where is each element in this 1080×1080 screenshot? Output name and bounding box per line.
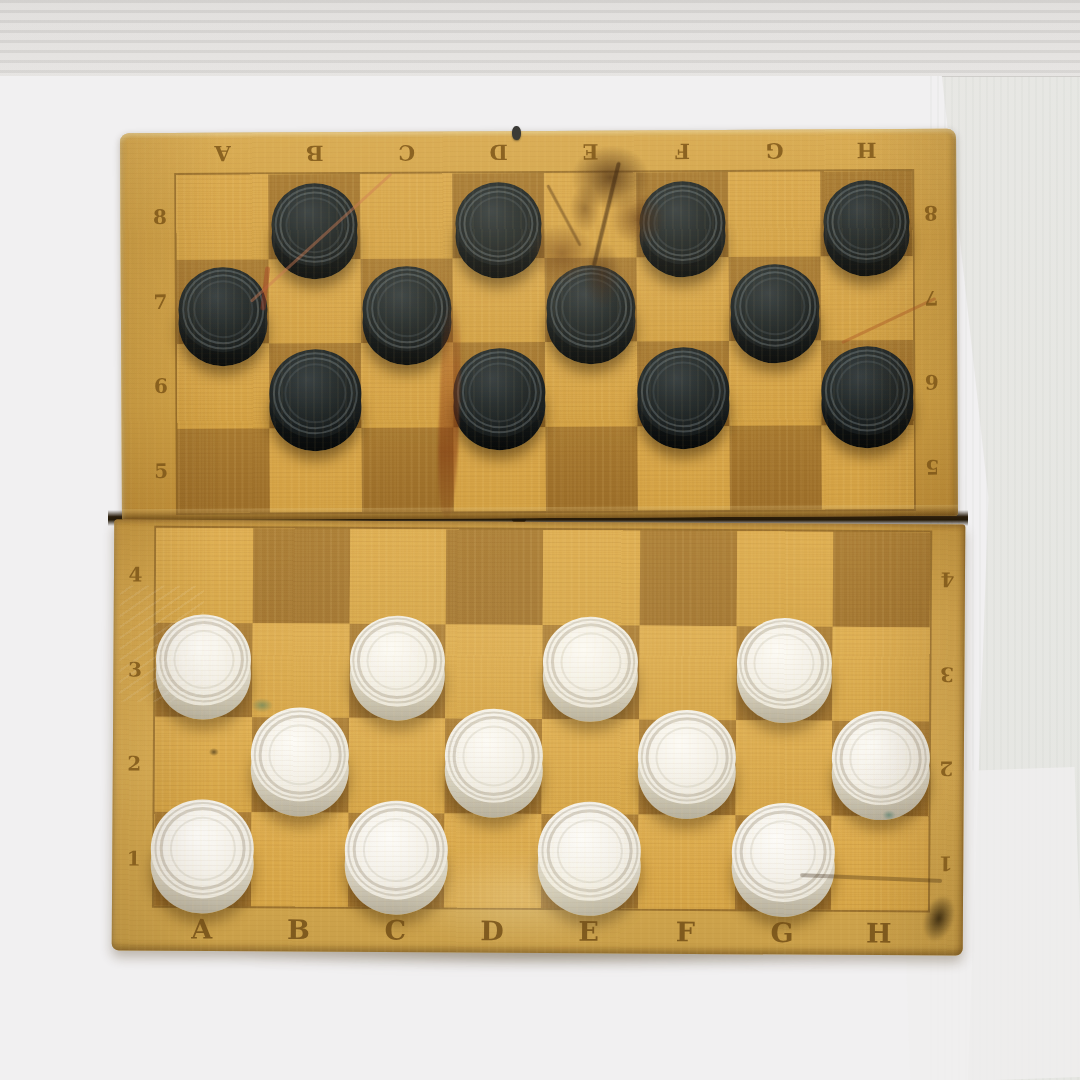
square-h6 [821,340,913,425]
square-h2 [832,721,929,816]
square-g2 [735,720,832,815]
square-d1 [444,813,541,908]
piece-white-man-g3 [737,617,833,713]
rank-label-1-right: 1 [938,851,953,875]
square-h8 [820,171,912,256]
piece-black-man-c7 [362,266,451,355]
square-g5 [730,425,822,510]
piece-top-face [731,802,835,902]
piece-white-man-g1 [731,802,835,906]
rank-label-2-left: 2 [127,752,142,776]
playing-grid-half-bottom [154,528,930,911]
piece-black-man-d8 [455,182,541,268]
square-g8 [728,172,820,257]
rank-label-5-left: 5 [154,459,169,483]
playing-grid-half-top [176,171,914,513]
square-f4 [639,531,736,626]
square-a8 [176,174,268,259]
piece-top-face [251,707,350,802]
piece-black-man-e7 [546,265,635,354]
square-f1 [638,814,735,909]
file-label-h-top: H [856,138,877,163]
piece-top-face [831,711,930,806]
file-label-d-top: D [488,140,507,165]
square-a3 [155,622,252,717]
square-h4 [833,532,930,627]
square-f2 [638,720,735,815]
rank-label-3-left: 3 [128,657,143,681]
piece-black-man-f8 [639,181,725,267]
piece-top-face [453,348,545,437]
square-b4 [252,528,349,623]
piece-white-man-a3 [156,614,252,710]
square-d6 [453,342,545,427]
square-e5 [546,426,638,511]
piece-top-face [730,264,819,350]
square-e3 [542,625,639,720]
piece-white-man-a1 [151,799,255,903]
rank-label-7-right: 7 [923,286,938,310]
file-label-a-top: A [213,141,230,166]
piece-black-man-d6 [453,348,545,440]
piece-top-face [156,614,252,706]
file-label-b-top: B [305,141,324,166]
piece-white-man-e1 [538,801,642,905]
rank-label-8-left: 8 [153,205,168,229]
file-label-f-top: F [674,139,690,164]
square-d2 [445,718,542,813]
square-f3 [639,625,736,720]
rank-label-5-right: 5 [924,455,939,479]
piece-black-man-g7 [730,264,819,353]
square-f6 [637,341,729,426]
square-c5 [362,427,454,512]
board-top-half: ABCDEFGH88776655 [120,129,958,520]
piece-white-man-d2 [444,709,543,808]
rank-label-3-right: 3 [939,662,954,686]
square-f8 [636,172,728,257]
backdrop-top-strip [0,0,1080,77]
piece-black-man-b6 [269,349,361,441]
piece-top-face [455,182,541,265]
square-g3 [736,626,833,721]
square-e8 [544,172,636,257]
square-e7 [545,257,637,342]
piece-white-man-b2 [251,707,350,806]
square-c8 [360,173,452,258]
file-label-d-bottom: D [480,915,505,946]
piece-top-face [538,801,642,901]
file-label-h-bottom: H [866,918,893,949]
square-c1 [347,812,444,907]
square-h1 [831,815,928,910]
square-a1 [154,811,251,906]
square-e1 [541,814,638,909]
square-c4 [349,529,446,624]
rank-label-6-right: 6 [924,370,939,394]
piece-top-face [546,265,635,351]
piece-top-face [151,799,255,899]
piece-white-man-c3 [350,615,446,711]
piece-top-face [444,709,543,804]
piece-white-man-h2 [831,711,930,810]
file-label-g-bottom: G [771,917,795,948]
square-d8 [452,173,544,258]
rank-label-7-left: 7 [153,290,168,314]
square-g1 [734,815,831,910]
rank-label-1-left: 1 [127,846,142,870]
piece-top-face [821,346,913,435]
file-label-a-bottom: A [191,913,213,944]
piece-top-face [362,266,451,352]
piece-top-face [637,347,729,436]
square-b8 [268,174,360,259]
file-label-b-bottom: B [287,914,311,945]
rank-label-8-right: 8 [923,201,938,225]
rank-label-4-right: 4 [939,568,954,592]
piece-top-face [350,615,446,707]
piece-black-man-a7 [178,267,267,356]
board-bottom-half: ABCDEFGH44332211 [112,519,966,955]
photo-scene: ABCDEFGH88776655 ABCDEFGH44332211 [0,0,1080,1080]
piece-top-face [271,183,357,266]
square-d3 [445,624,542,719]
rank-label-6-left: 6 [154,374,169,398]
square-b6 [269,343,361,428]
hinge-pin [512,126,521,140]
square-e4 [543,530,640,625]
piece-top-face [543,616,639,708]
square-c2 [348,718,445,813]
piece-top-face [638,710,737,805]
piece-white-man-e3 [543,616,639,712]
file-label-e-bottom: E [578,916,600,947]
piece-black-man-h6 [821,346,913,438]
square-e2 [542,719,639,814]
piece-white-man-f2 [638,710,737,809]
file-label-f-bottom: F [676,916,696,947]
square-g7 [729,256,821,341]
file-label-e-top: E [582,139,599,164]
piece-top-face [823,180,909,263]
square-a7 [177,259,269,344]
square-a2 [155,717,252,812]
square-b3 [252,623,349,718]
piece-top-face [639,181,725,264]
file-label-g-top: G [765,138,784,163]
rank-label-2-right: 2 [938,757,953,781]
square-d4 [446,529,543,624]
square-a5 [178,428,270,513]
square-b2 [251,717,348,812]
rank-label-4-left: 4 [128,563,143,587]
piece-top-face [269,349,361,438]
square-h3 [832,626,929,721]
square-a4 [156,528,253,623]
piece-black-man-b8 [271,183,357,269]
square-b1 [251,812,348,907]
piece-black-man-h8 [823,180,909,266]
piece-top-face [737,617,833,709]
piece-top-face [178,267,267,353]
square-c7 [361,258,453,343]
square-g4 [736,531,833,626]
file-label-c-top: C [397,140,415,165]
piece-black-man-f6 [637,347,729,439]
file-label-c-bottom: C [384,915,407,946]
piece-top-face [344,800,448,900]
piece-white-man-c1 [344,800,448,904]
square-c3 [349,623,446,718]
